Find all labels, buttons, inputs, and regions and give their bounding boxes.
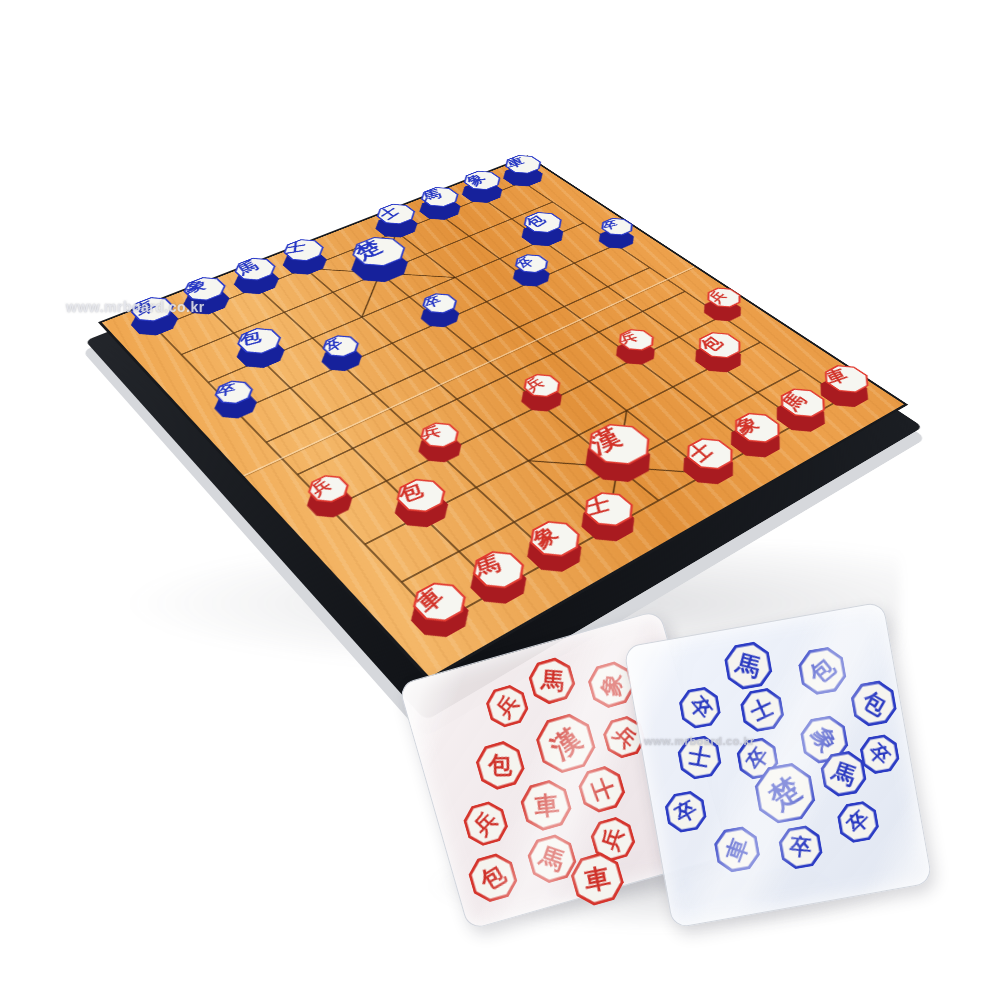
piece-han-cannon[interactable]: 包	[389, 493, 454, 538]
bagged-piece-face: 車	[715, 827, 759, 871]
bagged-piece-face: 馬	[527, 834, 576, 883]
bagged-piece: 士	[738, 686, 787, 735]
piece-han-soldier[interactable]: 兵	[611, 344, 659, 373]
bagged-piece-glyph: 象	[599, 672, 624, 697]
bagged-piece-face: 車	[520, 779, 572, 831]
piece-han-guard[interactable]: 士	[676, 452, 740, 494]
bagged-piece-glyph: 包	[488, 753, 512, 777]
piece-cho-cannon[interactable]: 包	[233, 343, 289, 378]
bagged-piece-face: 漢	[535, 713, 597, 775]
bagged-piece-face: 卒	[780, 826, 822, 868]
piece-han-guard[interactable]: 士	[575, 506, 641, 552]
bagged-piece-face: 士	[741, 689, 783, 731]
bagged-piece: 卒	[835, 799, 881, 845]
piece-han-soldier[interactable]: 兵	[304, 490, 357, 527]
product-photo-stage: 車象馬士士馬象車楚包包卒卒卒卒卒兵兵兵兵兵包包漢車馬象士士象馬車 兵馬象包漢兵兵…	[0, 0, 1000, 1000]
piece-cho-soldier[interactable]: 卒	[594, 233, 637, 257]
watermark-left: www.mrboard.co.kr	[66, 299, 205, 315]
bagged-piece-face: 兵	[486, 685, 528, 727]
piece-cho-elephant[interactable]: 象	[458, 185, 507, 211]
piece-glyph: 卒	[320, 333, 354, 354]
piece-glyph: 包	[520, 209, 557, 230]
bagged-piece-face: 包	[468, 853, 517, 902]
bagged-piece-glyph: 楚	[764, 772, 806, 814]
piece-glyph: 兵	[417, 422, 454, 442]
piece-glyph: 士	[579, 491, 628, 518]
bagged-piece-glyph: 漢	[546, 723, 587, 764]
bagged-piece: 包	[465, 849, 522, 906]
bagged-piece-face: 馬	[822, 752, 866, 796]
bagged-piece-glyph: 馬	[734, 651, 763, 680]
bagged-piece: 兵	[482, 681, 531, 730]
piece-cho-soldier[interactable]: 卒	[212, 396, 261, 428]
piece-han-king[interactable]: 漢	[576, 440, 659, 495]
piece-glyph: 兵	[705, 285, 735, 305]
bagged-piece-glyph: 士	[748, 695, 777, 724]
bagged-piece: 卒	[677, 685, 723, 731]
bagged-piece-face: 卒	[861, 736, 898, 773]
bagged-piece-glyph: 卒	[866, 740, 894, 768]
bagged-piece-glyph: 馬	[829, 759, 858, 788]
bagged-piece-glyph: 兵	[492, 691, 522, 721]
piece-cho-horse[interactable]: 馬	[415, 201, 465, 228]
watermark-center: www.mrboard.co.kr	[644, 735, 755, 747]
bagged-piece: 兵	[460, 798, 512, 850]
piece-cho-soldier[interactable]: 卒	[319, 351, 366, 380]
piece-han-elephant[interactable]: 象	[521, 535, 588, 583]
bagged-piece-face: 包	[799, 648, 845, 694]
piece-glyph: 馬	[417, 186, 455, 203]
piece-glyph: 象	[181, 276, 221, 295]
bagged-piece: 馬	[525, 654, 579, 708]
bagged-piece-glyph: 兵	[599, 825, 627, 853]
piece-glyph: 包	[392, 476, 441, 505]
bagged-piece: 卒	[776, 823, 825, 872]
bagged-piece: 士	[575, 762, 629, 816]
blue-piece-bag[interactable]: 馬包卒士包士卒象卒楚馬車卒卒卒	[623, 601, 933, 928]
piece-cho-cannon[interactable]: 包	[517, 227, 569, 255]
bagged-piece-glyph: 兵	[609, 722, 639, 752]
bagged-piece-face: 包	[852, 681, 896, 725]
bagged-piece-glyph: 包	[858, 688, 889, 719]
piece-glyph: 士	[281, 239, 319, 255]
piece-glyph: 兵	[305, 472, 344, 498]
piece-glyph: 馬	[467, 549, 519, 581]
bagged-piece-glyph: 卒	[671, 797, 700, 826]
bagged-piece-glyph: 包	[805, 654, 839, 688]
bagged-piece-face: 卒	[680, 688, 719, 727]
bagged-piece-glyph: 士	[687, 745, 712, 770]
bagged-piece-glyph: 馬	[537, 843, 568, 874]
piece-cho-guard[interactable]: 士	[279, 254, 331, 284]
piece-glyph: 包	[234, 326, 277, 348]
bagged-piece-glyph: 象	[808, 723, 841, 756]
piece-cho-soldier[interactable]: 卒	[509, 270, 554, 295]
bagged-piece-glyph: 車	[582, 864, 612, 894]
piece-glyph: 兵	[520, 371, 556, 393]
bagged-piece-face: 卒	[838, 802, 877, 841]
piece-cho-soldier[interactable]: 卒	[417, 309, 463, 336]
bagged-piece-glyph: 士	[587, 774, 617, 804]
bagged-piece-glyph: 馬	[540, 669, 565, 694]
bagged-piece-face: 馬	[528, 657, 575, 704]
bagged-piece: 車	[712, 824, 763, 875]
bagged-piece: 車	[516, 776, 575, 835]
piece-glyph: 卒	[419, 292, 453, 310]
piece-glyph: 兵	[615, 328, 650, 346]
bagged-piece-face: 馬	[725, 642, 771, 688]
bagged-piece: 包	[848, 678, 899, 729]
bagged-piece-face: 卒	[666, 792, 705, 831]
bagged-piece: 包	[472, 737, 529, 794]
bagged-piece-glyph: 兵	[470, 808, 501, 839]
piece-cho-chariot[interactable]: 車	[499, 169, 548, 194]
piece-han-cannon[interactable]: 包	[688, 347, 746, 382]
piece-glyph: 車	[501, 154, 538, 170]
bagged-piece-face: 士	[578, 766, 625, 813]
piece-han-elephant[interactable]: 象	[723, 427, 786, 468]
bagged-piece-glyph: 卒	[685, 693, 715, 723]
janggi-board[interactable]: 車象馬士士馬象車楚包包卒卒卒卒卒兵兵兵兵兵包包漢車馬象士士象馬車	[102, 157, 904, 677]
bagged-piece-face: 包	[476, 741, 525, 790]
bagged-piece: 漢	[531, 709, 600, 778]
bagged-piece: 卒	[663, 789, 709, 835]
bagged-piece-glyph: 卒	[843, 807, 873, 837]
piece-glyph: 卒	[598, 217, 630, 231]
piece-glyph: 卒	[213, 380, 248, 398]
piece-cho-chariot[interactable]: 車	[128, 312, 182, 345]
bagged-piece: 包	[796, 644, 849, 697]
bagged-piece: 馬	[722, 639, 775, 692]
bagged-piece-glyph: 車	[722, 835, 751, 864]
piece-cho-horse[interactable]: 馬	[231, 272, 284, 303]
bagged-piece-face: 車	[570, 852, 624, 906]
piece-han-soldier[interactable]: 兵	[415, 438, 466, 472]
bagged-piece-glyph: 車	[532, 792, 559, 819]
piece-han-soldier[interactable]: 兵	[699, 303, 746, 330]
bagged-piece-glyph: 卒	[789, 835, 813, 859]
bagged-piece-face: 兵	[463, 801, 508, 846]
bagged-piece-glyph: 包	[476, 861, 509, 894]
